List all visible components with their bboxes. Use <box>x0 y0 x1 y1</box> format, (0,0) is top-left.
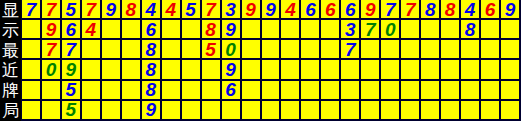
grid-cell <box>102 60 122 80</box>
grid-cell <box>42 81 62 101</box>
grid-cell <box>501 20 521 40</box>
trend-board: 显示最近牌局 775798445739946669778846996468937… <box>0 0 521 121</box>
grid-cell <box>162 60 182 80</box>
grid-cell <box>242 40 262 60</box>
grid-cell <box>301 20 321 40</box>
grid-cell <box>421 40 441 60</box>
grid-cell <box>82 60 102 80</box>
grid-cell <box>441 40 461 60</box>
grid-cell <box>381 101 401 121</box>
grid-cell: 9 <box>242 0 262 20</box>
grid-cell <box>22 81 42 101</box>
grid-cell <box>242 60 262 80</box>
grid-cell <box>262 40 282 60</box>
grid-cell <box>321 20 341 40</box>
grid-cell <box>361 81 381 101</box>
grid-cell <box>401 101 421 121</box>
grid-cell <box>22 20 42 40</box>
grid-cell: 4 <box>162 0 182 20</box>
grid-cell <box>202 60 222 80</box>
grid-cell: 0 <box>42 60 62 80</box>
grid-cell <box>202 101 222 121</box>
grid-cell: 7 <box>202 0 222 20</box>
grid-cell <box>401 40 421 60</box>
grid-cell: 6 <box>341 0 361 20</box>
grid-cell: 6 <box>222 81 242 101</box>
grid-cell <box>82 81 102 101</box>
grid-cell <box>501 81 521 101</box>
grid-cell <box>222 101 242 121</box>
grid-cell <box>122 101 142 121</box>
grid-cell <box>481 40 501 60</box>
number-grid: 7757984457399466697788469964689370877850… <box>21 0 521 121</box>
grid-cell <box>122 20 142 40</box>
grid-cell <box>341 101 361 121</box>
grid-cell: 9 <box>102 0 122 20</box>
grid-cell: 7 <box>22 0 42 20</box>
grid-cell <box>281 60 301 80</box>
grid-cell: 8 <box>441 0 461 20</box>
grid-cell <box>381 60 401 80</box>
grid-cell <box>82 101 102 121</box>
grid-cell <box>281 40 301 60</box>
grid-cell <box>441 60 461 80</box>
grid-cell <box>182 20 202 40</box>
grid-cell: 4 <box>281 0 301 20</box>
grid-cell: 5 <box>202 40 222 60</box>
grid-cell <box>162 81 182 101</box>
grid-cell <box>321 40 341 60</box>
grid-cell: 7 <box>42 0 62 20</box>
grid-cell: 8 <box>142 81 162 101</box>
grid-cell <box>162 20 182 40</box>
grid-cell: 4 <box>461 0 481 20</box>
grid-cell: 9 <box>142 101 162 121</box>
grid-cell: 8 <box>122 0 142 20</box>
grid-cell <box>102 40 122 60</box>
grid-cell: 9 <box>62 60 82 80</box>
grid-cell: 5 <box>62 101 82 121</box>
board-title-vertical: 显示最近牌局 <box>0 0 21 121</box>
grid-cell <box>501 60 521 80</box>
grid-cell <box>262 81 282 101</box>
grid-cell <box>122 40 142 60</box>
grid-cell <box>182 81 202 101</box>
grid-cell <box>441 20 461 40</box>
grid-cell: 7 <box>42 40 62 60</box>
title-char: 局 <box>0 101 21 121</box>
grid-cell <box>461 81 481 101</box>
grid-cell: 5 <box>62 81 82 101</box>
grid-cell: 8 <box>142 40 162 60</box>
grid-cell: 7 <box>381 0 401 20</box>
grid-cell: 5 <box>182 0 202 20</box>
grid-cell: 6 <box>481 0 501 20</box>
grid-cell <box>421 20 441 40</box>
grid-cell: 4 <box>142 0 162 20</box>
grid-cell <box>262 101 282 121</box>
grid-cell <box>461 101 481 121</box>
grid-cell: 4 <box>82 20 102 40</box>
grid-cell <box>122 60 142 80</box>
grid-cell <box>381 81 401 101</box>
grid-cell <box>481 60 501 80</box>
grid-cell: 6 <box>142 20 162 40</box>
grid-cell: 0 <box>381 20 401 40</box>
grid-cell <box>401 60 421 80</box>
grid-cell <box>162 40 182 60</box>
title-char: 显 <box>0 0 21 20</box>
grid-cell <box>122 81 142 101</box>
grid-cell: 7 <box>62 40 82 60</box>
grid-cell <box>341 60 361 80</box>
grid-cell <box>281 20 301 40</box>
grid-cell: 9 <box>42 20 62 40</box>
grid-cell <box>501 40 521 60</box>
grid-cell <box>262 20 282 40</box>
grid-cell: 9 <box>222 60 242 80</box>
grid-cell <box>182 60 202 80</box>
grid-cell: 0 <box>222 40 242 60</box>
grid-cell: 8 <box>142 60 162 80</box>
grid-cell <box>421 60 441 80</box>
grid-cell <box>281 81 301 101</box>
grid-cell <box>481 20 501 40</box>
grid-cell <box>421 81 441 101</box>
grid-cell <box>321 101 341 121</box>
grid-cell <box>301 101 321 121</box>
title-char: 牌 <box>0 81 21 101</box>
grid-cell: 9 <box>222 20 242 40</box>
grid-cell: 7 <box>361 20 381 40</box>
grid-cell <box>102 81 122 101</box>
grid-cell <box>321 60 341 80</box>
grid-cell <box>481 101 501 121</box>
grid-cell <box>501 101 521 121</box>
grid-cell: 8 <box>421 0 441 20</box>
grid-cell: 3 <box>222 0 242 20</box>
grid-cell <box>242 101 262 121</box>
grid-cell: 7 <box>401 0 421 20</box>
grid-cell <box>242 81 262 101</box>
grid-cell: 9 <box>501 0 521 20</box>
grid-cell <box>361 60 381 80</box>
grid-cell: 3 <box>341 20 361 40</box>
grid-cell <box>242 20 262 40</box>
grid-cell <box>102 101 122 121</box>
grid-cell <box>22 40 42 60</box>
grid-cell <box>421 101 441 121</box>
grid-cell <box>461 60 481 80</box>
grid-cell <box>381 40 401 60</box>
grid-cell: 8 <box>461 20 481 40</box>
grid-cell: 9 <box>262 0 282 20</box>
grid-cell <box>361 40 381 60</box>
grid-cell <box>182 40 202 60</box>
grid-cell <box>82 40 102 60</box>
grid-cell <box>42 101 62 121</box>
title-char: 最 <box>0 40 21 60</box>
grid-cell <box>202 81 222 101</box>
title-char: 近 <box>0 61 21 81</box>
grid-cell <box>321 81 341 101</box>
grid-cell <box>481 81 501 101</box>
grid-cell: 5 <box>62 0 82 20</box>
grid-cell <box>262 60 282 80</box>
grid-cell <box>301 40 321 60</box>
grid-cell <box>301 81 321 101</box>
grid-cell <box>182 101 202 121</box>
grid-cell <box>401 20 421 40</box>
grid-cell <box>361 101 381 121</box>
grid-cell <box>301 60 321 80</box>
title-char: 示 <box>0 20 21 40</box>
grid-cell <box>341 81 361 101</box>
grid-cell: 7 <box>82 0 102 20</box>
grid-cell: 6 <box>62 20 82 40</box>
grid-cell <box>22 101 42 121</box>
grid-cell <box>22 60 42 80</box>
grid-cell: 6 <box>321 0 341 20</box>
grid-cell <box>102 20 122 40</box>
grid-cell <box>461 40 481 60</box>
grid-cell: 9 <box>361 0 381 20</box>
grid-cell <box>281 101 301 121</box>
grid-cell <box>441 81 461 101</box>
grid-cell: 8 <box>202 20 222 40</box>
grid-cell <box>441 101 461 121</box>
grid-cell <box>401 81 421 101</box>
grid-cell <box>162 101 182 121</box>
grid-cell: 6 <box>301 0 321 20</box>
grid-cell: 7 <box>341 40 361 60</box>
